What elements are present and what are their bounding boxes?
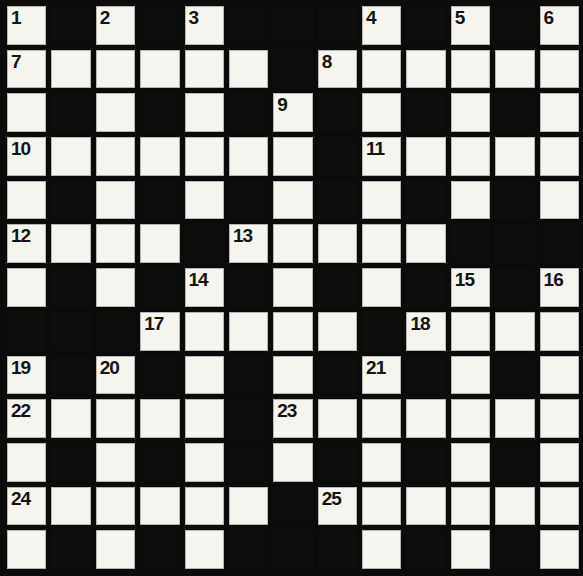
cell-r10c13[interactable]: [540, 399, 579, 438]
cell-r5c5[interactable]: [185, 181, 224, 220]
clue-number-14: 14: [189, 270, 208, 289]
block-cell-r7c12: [495, 268, 534, 307]
cell-r1c5[interactable]: 3: [185, 6, 224, 45]
cell-r4c5[interactable]: [185, 137, 224, 176]
cell-r13c13[interactable]: [540, 530, 579, 569]
block-cell-r11c8: [318, 443, 357, 482]
clue-number-8: 8: [322, 52, 332, 71]
cell-r13c11[interactable]: [451, 530, 490, 569]
cell-r6c4[interactable]: [140, 224, 179, 263]
clue-number-4: 4: [366, 8, 376, 27]
clue-number-21: 21: [366, 358, 385, 377]
cell-r9c9[interactable]: 21: [362, 356, 401, 395]
cell-r6c7[interactable]: [273, 224, 312, 263]
cell-r11c11[interactable]: [451, 443, 490, 482]
block-cell-r7c2: [51, 268, 90, 307]
cell-r2c1[interactable]: 7: [7, 50, 46, 89]
cell-r1c13[interactable]: 6: [540, 6, 579, 45]
cell-r4c7[interactable]: [273, 137, 312, 176]
cell-r13c3[interactable]: [96, 530, 135, 569]
cell-r12c13[interactable]: [540, 487, 579, 526]
cell-r12c6[interactable]: [229, 487, 268, 526]
cell-r12c9[interactable]: [362, 487, 401, 526]
cell-r10c4[interactable]: [140, 399, 179, 438]
block-cell-r7c8: [318, 268, 357, 307]
cell-r4c11[interactable]: [451, 137, 490, 176]
clue-number-20: 20: [100, 358, 119, 377]
block-cell-r7c4: [140, 268, 179, 307]
cell-r12c5[interactable]: [185, 487, 224, 526]
cell-r8c11[interactable]: [451, 312, 490, 351]
cell-r10c11[interactable]: [451, 399, 490, 438]
cell-r8c10[interactable]: 18: [406, 312, 445, 351]
cell-r1c3[interactable]: 2: [96, 6, 135, 45]
cell-r2c13[interactable]: [540, 50, 579, 89]
cell-r8c4[interactable]: 17: [140, 312, 179, 351]
cell-r9c5[interactable]: [185, 356, 224, 395]
cell-r5c11[interactable]: [451, 181, 490, 220]
clue-number-11: 11: [366, 139, 384, 158]
cell-r1c11[interactable]: 5: [451, 6, 490, 45]
cell-r9c7[interactable]: [273, 356, 312, 395]
cell-r11c9[interactable]: [362, 443, 401, 482]
cell-r3c11[interactable]: [451, 93, 490, 132]
cell-r9c11[interactable]: [451, 356, 490, 395]
block-cell-r13c12: [495, 530, 534, 569]
block-cell-r11c2: [51, 443, 90, 482]
cell-r2c10[interactable]: [406, 50, 445, 89]
cell-r13c5[interactable]: [185, 530, 224, 569]
cell-r6c8[interactable]: [318, 224, 357, 263]
cell-r8c8[interactable]: [318, 312, 357, 351]
cell-r5c9[interactable]: [362, 181, 401, 220]
block-cell-r11c12: [495, 443, 534, 482]
block-cell-r9c12: [495, 356, 534, 395]
block-cell-r3c4: [140, 93, 179, 132]
block-cell-r13c10: [406, 530, 445, 569]
cell-r7c3[interactable]: [96, 268, 135, 307]
cell-r7c11[interactable]: 15: [451, 268, 490, 307]
cell-r7c7[interactable]: [273, 268, 312, 307]
block-cell-r5c4: [140, 181, 179, 220]
cell-r4c4[interactable]: [140, 137, 179, 176]
block-cell-r5c2: [51, 181, 90, 220]
block-cell-r13c8: [318, 530, 357, 569]
block-cell-r1c6: [229, 6, 268, 45]
block-cell-r3c6: [229, 93, 268, 132]
clue-number-24: 24: [11, 489, 30, 508]
clue-number-23: 23: [277, 401, 296, 420]
block-cell-r5c12: [495, 181, 534, 220]
cell-r3c7[interactable]: 9: [273, 93, 312, 132]
block-cell-r13c4: [140, 530, 179, 569]
clue-number-10: 10: [11, 139, 30, 158]
block-cell-r11c6: [229, 443, 268, 482]
cell-r5c7[interactable]: [273, 181, 312, 220]
cell-r7c13[interactable]: 16: [540, 268, 579, 307]
block-cell-r8c1: [7, 312, 46, 351]
cell-r10c10[interactable]: [406, 399, 445, 438]
cell-r6c3[interactable]: [96, 224, 135, 263]
cell-r5c3[interactable]: [96, 181, 135, 220]
cell-r8c5[interactable]: [185, 312, 224, 351]
cell-r6c10[interactable]: [406, 224, 445, 263]
clue-number-2: 2: [100, 8, 110, 27]
clue-number-18: 18: [410, 314, 429, 333]
block-cell-r1c10: [406, 6, 445, 45]
cell-r2c12[interactable]: [495, 50, 534, 89]
block-cell-r8c3: [96, 312, 135, 351]
cell-r3c1[interactable]: [7, 93, 46, 132]
clue-number-15: 15: [455, 270, 474, 289]
block-cell-r12c7: [273, 487, 312, 526]
cell-r11c7[interactable]: [273, 443, 312, 482]
block-cell-r11c4: [140, 443, 179, 482]
cell-r12c12[interactable]: [495, 487, 534, 526]
block-cell-r4c8: [318, 137, 357, 176]
cell-r7c5[interactable]: 14: [185, 268, 224, 307]
cell-r11c1[interactable]: [7, 443, 46, 482]
cell-r12c1[interactable]: 24: [7, 487, 46, 526]
cell-r2c9[interactable]: [362, 50, 401, 89]
cell-r6c9[interactable]: [362, 224, 401, 263]
block-cell-r13c2: [51, 530, 90, 569]
block-cell-r1c4: [140, 6, 179, 45]
cell-r6c6[interactable]: 13: [229, 224, 268, 263]
block-cell-r6c5: [185, 224, 224, 263]
crossword-grid: 1234567891011121314151617181920212223242…: [0, 0, 583, 576]
block-cell-r7c6: [229, 268, 268, 307]
cell-r9c1[interactable]: 19: [7, 356, 46, 395]
cell-r13c9[interactable]: [362, 530, 401, 569]
cell-r1c9[interactable]: 4: [362, 6, 401, 45]
block-cell-r6c13: [540, 224, 579, 263]
cell-r5c13[interactable]: [540, 181, 579, 220]
cell-r10c9[interactable]: [362, 399, 401, 438]
cell-r13c1[interactable]: [7, 530, 46, 569]
block-cell-r9c8: [318, 356, 357, 395]
clue-number-5: 5: [455, 8, 465, 27]
cell-r2c11[interactable]: [451, 50, 490, 89]
cell-r7c9[interactable]: [362, 268, 401, 307]
cell-r8c13[interactable]: [540, 312, 579, 351]
cell-r8c12[interactable]: [495, 312, 534, 351]
block-cell-r7c10: [406, 268, 445, 307]
cell-r10c7[interactable]: 23: [273, 399, 312, 438]
cell-r4c12[interactable]: [495, 137, 534, 176]
block-cell-r1c12: [495, 6, 534, 45]
cell-r10c12[interactable]: [495, 399, 534, 438]
block-cell-r13c6: [229, 530, 268, 569]
cell-r4c9[interactable]: 11: [362, 137, 401, 176]
clue-number-16: 16: [544, 270, 563, 289]
cell-r11c3[interactable]: [96, 443, 135, 482]
cell-r10c3[interactable]: [96, 399, 135, 438]
clue-number-7: 7: [11, 52, 21, 71]
block-cell-r9c2: [51, 356, 90, 395]
block-cell-r8c2: [51, 312, 90, 351]
cell-r10c2[interactable]: [51, 399, 90, 438]
block-cell-r11c10: [406, 443, 445, 482]
clue-number-12: 12: [11, 226, 30, 245]
cell-r9c3[interactable]: 20: [96, 356, 135, 395]
cell-r4c10[interactable]: [406, 137, 445, 176]
block-cell-r5c10: [406, 181, 445, 220]
block-cell-r6c11: [451, 224, 490, 263]
cell-r11c13[interactable]: [540, 443, 579, 482]
cell-r6c2[interactable]: [51, 224, 90, 263]
cell-r8c6[interactable]: [229, 312, 268, 351]
clue-number-1: 1: [11, 8, 21, 27]
cell-r10c8[interactable]: [318, 399, 357, 438]
block-cell-r2c7: [273, 50, 312, 89]
cell-r2c6[interactable]: [229, 50, 268, 89]
clue-number-17: 17: [144, 314, 163, 333]
cell-r9c13[interactable]: [540, 356, 579, 395]
cell-r6c1[interactable]: 12: [7, 224, 46, 263]
block-cell-r3c12: [495, 93, 534, 132]
block-cell-r3c10: [406, 93, 445, 132]
cell-r3c13[interactable]: [540, 93, 579, 132]
block-cell-r9c10: [406, 356, 445, 395]
block-cell-r5c8: [318, 181, 357, 220]
clue-number-9: 9: [277, 95, 287, 114]
block-cell-r1c2: [51, 6, 90, 45]
cell-r12c10[interactable]: [406, 487, 445, 526]
cell-r12c4[interactable]: [140, 487, 179, 526]
cell-r3c5[interactable]: [185, 93, 224, 132]
clue-number-13: 13: [233, 226, 252, 245]
cell-r12c8[interactable]: 25: [318, 487, 357, 526]
block-cell-r3c8: [318, 93, 357, 132]
block-cell-r10c6: [229, 399, 268, 438]
cell-r2c8[interactable]: 8: [318, 50, 357, 89]
cell-r2c2[interactable]: [51, 50, 90, 89]
cell-r12c3[interactable]: [96, 487, 135, 526]
cell-r4c6[interactable]: [229, 137, 268, 176]
cell-r8c7[interactable]: [273, 312, 312, 351]
block-cell-r1c7: [273, 6, 312, 45]
cell-r12c2[interactable]: [51, 487, 90, 526]
cell-r11c5[interactable]: [185, 443, 224, 482]
clue-number-25: 25: [322, 489, 341, 508]
cell-r4c3[interactable]: [96, 137, 135, 176]
block-cell-r5c6: [229, 181, 268, 220]
cell-r1c1[interactable]: 1: [7, 6, 46, 45]
cell-r2c5[interactable]: [185, 50, 224, 89]
clue-number-3: 3: [189, 8, 199, 27]
cell-r4c2[interactable]: [51, 137, 90, 176]
clue-number-19: 19: [11, 358, 30, 377]
cell-r4c1[interactable]: 10: [7, 137, 46, 176]
block-cell-r9c4: [140, 356, 179, 395]
cell-r3c9[interactable]: [362, 93, 401, 132]
block-cell-r1c8: [318, 6, 357, 45]
block-cell-r6c12: [495, 224, 534, 263]
cell-r10c1[interactable]: 22: [7, 399, 46, 438]
block-cell-r13c7: [273, 530, 312, 569]
cell-r3c3[interactable]: [96, 93, 135, 132]
cell-r5c1[interactable]: [7, 181, 46, 220]
clue-number-6: 6: [544, 8, 554, 27]
block-cell-r8c9: [362, 312, 401, 351]
cell-r4c13[interactable]: [540, 137, 579, 176]
cell-r10c5[interactable]: [185, 399, 224, 438]
cell-r7c1[interactable]: [7, 268, 46, 307]
block-cell-r3c2: [51, 93, 90, 132]
cell-r12c11[interactable]: [451, 487, 490, 526]
cell-r2c4[interactable]: [140, 50, 179, 89]
block-cell-r9c6: [229, 356, 268, 395]
clue-number-22: 22: [11, 401, 30, 420]
cell-r2c3[interactable]: [96, 50, 135, 89]
